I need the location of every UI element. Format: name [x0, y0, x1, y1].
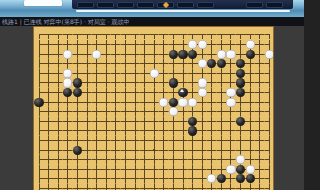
board-intersection[interactable]: [255, 30, 265, 40]
board-intersection[interactable]: [255, 40, 265, 50]
board-intersection[interactable]: [265, 184, 274, 190]
board-intersection[interactable]: [159, 126, 169, 136]
black-stone[interactable]: [73, 146, 82, 155]
board-intersection[interactable]: [92, 69, 102, 79]
board-intersection[interactable]: [255, 88, 265, 98]
board-intersection[interactable]: [111, 174, 121, 184]
board-intersection[interactable]: [140, 184, 150, 190]
board-intersection[interactable]: [44, 78, 54, 88]
board-intersection[interactable]: [226, 165, 236, 175]
board-intersection[interactable]: [44, 30, 54, 40]
board-intersection[interactable]: [101, 40, 111, 50]
board-intersection[interactable]: [63, 126, 73, 136]
board-intersection[interactable]: [159, 165, 169, 175]
window-title-box[interactable]: [24, 0, 62, 6]
board-intersection[interactable]: [226, 49, 236, 59]
board-intersection[interactable]: [101, 174, 111, 184]
board-intersection[interactable]: [178, 59, 188, 69]
board-intersection[interactable]: [140, 30, 150, 40]
go-board[interactable]: [33, 26, 274, 190]
board-intersection[interactable]: [63, 88, 73, 98]
board-intersection[interactable]: [245, 165, 255, 175]
board-intersection[interactable]: [159, 136, 169, 146]
board-intersection[interactable]: [159, 155, 169, 165]
board-intersection[interactable]: [265, 97, 274, 107]
board-intersection[interactable]: [140, 49, 150, 59]
board-intersection[interactable]: [82, 49, 92, 59]
board-intersection[interactable]: [44, 126, 54, 136]
board-intersection[interactable]: [82, 59, 92, 69]
board-intersection[interactable]: [207, 155, 217, 165]
board-intersection[interactable]: [207, 174, 217, 184]
board-intersection[interactable]: [178, 69, 188, 79]
board-intersection[interactable]: [178, 78, 188, 88]
board-intersection[interactable]: [73, 107, 83, 117]
board-intersection[interactable]: [63, 69, 73, 79]
board-intersection[interactable]: [82, 30, 92, 40]
board-intersection[interactable]: [159, 78, 169, 88]
go-board-grid[interactable]: [34, 30, 274, 190]
board-intersection[interactable]: [63, 174, 73, 184]
board-intersection[interactable]: [44, 97, 54, 107]
board-intersection[interactable]: [197, 126, 207, 136]
board-intersection[interactable]: [197, 88, 207, 98]
board-intersection[interactable]: [255, 136, 265, 146]
board-intersection[interactable]: [130, 30, 140, 40]
board-intersection[interactable]: [92, 136, 102, 146]
toolbar-button[interactable]: [266, 2, 283, 8]
board-intersection[interactable]: [53, 40, 63, 50]
board-intersection[interactable]: [265, 69, 274, 79]
board-intersection[interactable]: [197, 30, 207, 40]
board-intersection[interactable]: [34, 155, 44, 165]
board-intersection[interactable]: [34, 40, 44, 50]
board-intersection[interactable]: [188, 145, 198, 155]
board-intersection[interactable]: [159, 174, 169, 184]
board-intersection[interactable]: [159, 184, 169, 190]
black-stone[interactable]: [188, 117, 197, 126]
board-intersection[interactable]: [197, 174, 207, 184]
board-intersection[interactable]: [169, 69, 179, 79]
board-intersection[interactable]: [149, 30, 159, 40]
board-intersection[interactable]: [121, 184, 131, 190]
board-intersection[interactable]: [217, 136, 227, 146]
board-intersection[interactable]: [226, 184, 236, 190]
board-intersection[interactable]: [34, 145, 44, 155]
board-intersection[interactable]: [73, 145, 83, 155]
board-intersection[interactable]: [92, 155, 102, 165]
board-intersection[interactable]: [73, 184, 83, 190]
board-intersection[interactable]: [111, 40, 121, 50]
board-intersection[interactable]: [265, 78, 274, 88]
board-intersection[interactable]: [226, 117, 236, 127]
black-stone[interactable]: [236, 117, 245, 126]
board-intersection[interactable]: [82, 88, 92, 98]
board-intersection[interactable]: [159, 69, 169, 79]
board-intersection[interactable]: [92, 174, 102, 184]
white-stone[interactable]: [188, 98, 197, 107]
white-stone[interactable]: [207, 174, 216, 183]
board-intersection[interactable]: [44, 174, 54, 184]
board-intersection[interactable]: [101, 155, 111, 165]
board-intersection[interactable]: [149, 174, 159, 184]
board-intersection[interactable]: [188, 184, 198, 190]
white-stone[interactable]: [159, 98, 168, 107]
board-intersection[interactable]: [73, 117, 83, 127]
black-stone[interactable]: [178, 50, 187, 59]
white-stone[interactable]: [150, 69, 159, 78]
board-intersection[interactable]: [236, 184, 246, 190]
board-intersection[interactable]: [255, 145, 265, 155]
board-intersection[interactable]: [149, 49, 159, 59]
board-intersection[interactable]: [188, 174, 198, 184]
board-intersection[interactable]: [44, 88, 54, 98]
board-intersection[interactable]: [245, 69, 255, 79]
board-intersection[interactable]: [101, 184, 111, 190]
board-intersection[interactable]: [265, 165, 274, 175]
board-intersection[interactable]: [188, 30, 198, 40]
board-intersection[interactable]: [101, 97, 111, 107]
board-intersection[interactable]: [255, 165, 265, 175]
board-intersection[interactable]: [178, 97, 188, 107]
board-intersection[interactable]: [265, 49, 274, 59]
board-intersection[interactable]: [63, 30, 73, 40]
white-stone[interactable]: [236, 155, 245, 164]
board-intersection[interactable]: [140, 97, 150, 107]
board-intersection[interactable]: [207, 49, 217, 59]
board-intersection[interactable]: [53, 155, 63, 165]
board-intersection[interactable]: [140, 59, 150, 69]
board-intersection[interactable]: [149, 69, 159, 79]
black-stone[interactable]: [34, 98, 43, 107]
board-intersection[interactable]: [73, 165, 83, 175]
board-intersection[interactable]: [169, 97, 179, 107]
board-intersection[interactable]: [53, 107, 63, 117]
board-intersection[interactable]: [44, 136, 54, 146]
board-intersection[interactable]: [236, 174, 246, 184]
board-intersection[interactable]: [63, 184, 73, 190]
board-intersection[interactable]: [178, 126, 188, 136]
board-intersection[interactable]: [44, 165, 54, 175]
board-intersection[interactable]: [121, 107, 131, 117]
board-intersection[interactable]: [140, 155, 150, 165]
board-intersection[interactable]: [236, 126, 246, 136]
board-intersection[interactable]: [159, 107, 169, 117]
board-intersection[interactable]: [226, 136, 236, 146]
white-stone[interactable]: [226, 50, 235, 59]
board-intersection[interactable]: [111, 184, 121, 190]
board-intersection[interactable]: [255, 97, 265, 107]
board-intersection[interactable]: [226, 40, 236, 50]
board-intersection[interactable]: [255, 184, 265, 190]
board-intersection[interactable]: [101, 165, 111, 175]
board-intersection[interactable]: [34, 126, 44, 136]
board-intersection[interactable]: [92, 30, 102, 40]
board-intersection[interactable]: [63, 49, 73, 59]
board-intersection[interactable]: [34, 78, 44, 88]
board-intersection[interactable]: [111, 69, 121, 79]
board-intersection[interactable]: [101, 49, 111, 59]
black-stone[interactable]: [73, 88, 82, 97]
board-intersection[interactable]: [159, 97, 169, 107]
board-intersection[interactable]: [178, 88, 188, 98]
board-intersection[interactable]: [82, 107, 92, 117]
toolbar-button[interactable]: [97, 2, 114, 8]
board-intersection[interactable]: [82, 97, 92, 107]
board-intersection[interactable]: [73, 136, 83, 146]
board-intersection[interactable]: [236, 30, 246, 40]
board-intersection[interactable]: [217, 30, 227, 40]
board-intersection[interactable]: [140, 69, 150, 79]
board-intersection[interactable]: [63, 165, 73, 175]
board-intersection[interactable]: [217, 107, 227, 117]
white-stone[interactable]: [63, 50, 72, 59]
board-intersection[interactable]: [178, 136, 188, 146]
board-intersection[interactable]: [53, 78, 63, 88]
board-intersection[interactable]: [217, 69, 227, 79]
board-intersection[interactable]: [53, 88, 63, 98]
board-intersection[interactable]: [217, 59, 227, 69]
board-intersection[interactable]: [197, 136, 207, 146]
board-intersection[interactable]: [63, 59, 73, 69]
board-intersection[interactable]: [169, 126, 179, 136]
board-intersection[interactable]: [188, 107, 198, 117]
board-intersection[interactable]: [207, 126, 217, 136]
board-intersection[interactable]: [188, 155, 198, 165]
board-intersection[interactable]: [121, 40, 131, 50]
board-intersection[interactable]: [121, 49, 131, 59]
board-intersection[interactable]: [73, 97, 83, 107]
board-intersection[interactable]: [217, 117, 227, 127]
board-intersection[interactable]: [73, 49, 83, 59]
board-intersection[interactable]: [82, 165, 92, 175]
board-intersection[interactable]: [101, 107, 111, 117]
board-intersection[interactable]: [149, 126, 159, 136]
board-intersection[interactable]: [178, 117, 188, 127]
board-intersection[interactable]: [197, 40, 207, 50]
board-intersection[interactable]: [178, 30, 188, 40]
board-intersection[interactable]: [178, 145, 188, 155]
board-intersection[interactable]: [245, 155, 255, 165]
board-intersection[interactable]: [217, 155, 227, 165]
board-intersection[interactable]: [245, 145, 255, 155]
board-intersection[interactable]: [245, 184, 255, 190]
board-intersection[interactable]: [121, 155, 131, 165]
board-intersection[interactable]: [130, 145, 140, 155]
board-intersection[interactable]: [130, 126, 140, 136]
board-intersection[interactable]: [149, 78, 159, 88]
black-stone[interactable]: [207, 59, 216, 68]
board-intersection[interactable]: [169, 78, 179, 88]
board-intersection[interactable]: [255, 126, 265, 136]
board-intersection[interactable]: [159, 88, 169, 98]
board-intersection[interactable]: [34, 97, 44, 107]
board-intersection[interactable]: [188, 165, 198, 175]
board-intersection[interactable]: [73, 126, 83, 136]
board-intersection[interactable]: [111, 30, 121, 40]
board-intersection[interactable]: [121, 174, 131, 184]
board-intersection[interactable]: [265, 59, 274, 69]
white-stone[interactable]: [226, 165, 235, 174]
board-intersection[interactable]: [197, 97, 207, 107]
board-intersection[interactable]: [169, 40, 179, 50]
board-intersection[interactable]: [197, 69, 207, 79]
board-intersection[interactable]: [178, 174, 188, 184]
board-intersection[interactable]: [92, 184, 102, 190]
board-intersection[interactable]: [255, 107, 265, 117]
board-intersection[interactable]: [149, 136, 159, 146]
board-intersection[interactable]: [255, 174, 265, 184]
black-stone[interactable]: [63, 88, 72, 97]
board-intersection[interactable]: [197, 107, 207, 117]
board-intersection[interactable]: [255, 69, 265, 79]
board-intersection[interactable]: [159, 40, 169, 50]
board-intersection[interactable]: [217, 145, 227, 155]
board-intersection[interactable]: [34, 69, 44, 79]
board-intersection[interactable]: [255, 49, 265, 59]
board-intersection[interactable]: [207, 165, 217, 175]
board-intersection[interactable]: [265, 126, 274, 136]
board-intersection[interactable]: [178, 165, 188, 175]
board-intersection[interactable]: [82, 145, 92, 155]
board-intersection[interactable]: [34, 49, 44, 59]
board-intersection[interactable]: [207, 136, 217, 146]
board-intersection[interactable]: [53, 165, 63, 175]
board-intersection[interactable]: [140, 136, 150, 146]
board-intersection[interactable]: [82, 117, 92, 127]
board-intersection[interactable]: [34, 88, 44, 98]
board-intersection[interactable]: [245, 49, 255, 59]
board-intersection[interactable]: [255, 155, 265, 165]
board-intersection[interactable]: [111, 107, 121, 117]
white-stone[interactable]: [198, 78, 207, 87]
board-intersection[interactable]: [63, 117, 73, 127]
board-intersection[interactable]: [245, 78, 255, 88]
board-intersection[interactable]: [169, 184, 179, 190]
board-intersection[interactable]: [236, 107, 246, 117]
black-stone[interactable]: [246, 50, 255, 59]
board-intersection[interactable]: [159, 59, 169, 69]
board-intersection[interactable]: [188, 117, 198, 127]
board-intersection[interactable]: [53, 97, 63, 107]
board-intersection[interactable]: [44, 49, 54, 59]
board-intersection[interactable]: [245, 40, 255, 50]
board-intersection[interactable]: [121, 78, 131, 88]
board-intersection[interactable]: [111, 78, 121, 88]
board-intersection[interactable]: [197, 165, 207, 175]
board-intersection[interactable]: [207, 69, 217, 79]
board-intersection[interactable]: [169, 136, 179, 146]
board-intersection[interactable]: [188, 49, 198, 59]
board-intersection[interactable]: [140, 78, 150, 88]
board-intersection[interactable]: [226, 88, 236, 98]
board-intersection[interactable]: [159, 145, 169, 155]
board-intersection[interactable]: [188, 69, 198, 79]
board-intersection[interactable]: [121, 165, 131, 175]
board-intersection[interactable]: [34, 165, 44, 175]
board-intersection[interactable]: [169, 155, 179, 165]
board-intersection[interactable]: [149, 97, 159, 107]
board-intersection[interactable]: [44, 117, 54, 127]
toolbar-button[interactable]: [77, 2, 94, 8]
board-intersection[interactable]: [92, 40, 102, 50]
board-intersection[interactable]: [34, 184, 44, 190]
black-stone[interactable]: [236, 165, 245, 174]
board-intersection[interactable]: [53, 59, 63, 69]
board-intersection[interactable]: [53, 126, 63, 136]
board-intersection[interactable]: [130, 88, 140, 98]
board-intersection[interactable]: [130, 165, 140, 175]
board-intersection[interactable]: [63, 155, 73, 165]
white-stone[interactable]: [198, 88, 207, 97]
board-intersection[interactable]: [73, 69, 83, 79]
board-intersection[interactable]: [207, 40, 217, 50]
board-intersection[interactable]: [178, 49, 188, 59]
board-intersection[interactable]: [217, 126, 227, 136]
board-intersection[interactable]: [188, 97, 198, 107]
board-intersection[interactable]: [111, 97, 121, 107]
board-intersection[interactable]: [197, 78, 207, 88]
board-intersection[interactable]: [197, 49, 207, 59]
board-intersection[interactable]: [34, 174, 44, 184]
board-intersection[interactable]: [111, 117, 121, 127]
black-stone[interactable]: [169, 78, 178, 87]
board-intersection[interactable]: [217, 49, 227, 59]
board-intersection[interactable]: [188, 40, 198, 50]
board-intersection[interactable]: [53, 184, 63, 190]
board-intersection[interactable]: [130, 107, 140, 117]
board-intersection[interactable]: [255, 59, 265, 69]
board-intersection[interactable]: [92, 107, 102, 117]
board-intersection[interactable]: [188, 78, 198, 88]
board-intersection[interactable]: [188, 88, 198, 98]
board-intersection[interactable]: [92, 145, 102, 155]
board-intersection[interactable]: [121, 88, 131, 98]
board-intersection[interactable]: [53, 136, 63, 146]
board-intersection[interactable]: [73, 78, 83, 88]
board-intersection[interactable]: [159, 30, 169, 40]
board-intersection[interactable]: [236, 97, 246, 107]
board-intersection[interactable]: [82, 126, 92, 136]
board-intersection[interactable]: [197, 155, 207, 165]
board-intersection[interactable]: [245, 59, 255, 69]
board-intersection[interactable]: [149, 145, 159, 155]
board-intersection[interactable]: [111, 145, 121, 155]
board-intersection[interactable]: [101, 78, 111, 88]
board-intersection[interactable]: [63, 136, 73, 146]
black-stone[interactable]: [217, 174, 226, 183]
black-stone[interactable]: [236, 59, 245, 68]
board-intersection[interactable]: [34, 136, 44, 146]
white-stone[interactable]: [246, 40, 255, 49]
board-intersection[interactable]: [236, 69, 246, 79]
board-intersection[interactable]: [149, 107, 159, 117]
board-intersection[interactable]: [63, 97, 73, 107]
board-intersection[interactable]: [245, 136, 255, 146]
toolbar-button[interactable]: [177, 2, 194, 8]
board-intersection[interactable]: [169, 145, 179, 155]
board-intersection[interactable]: [217, 97, 227, 107]
board-intersection[interactable]: [217, 40, 227, 50]
white-stone[interactable]: [188, 40, 197, 49]
board-intersection[interactable]: [178, 107, 188, 117]
board-intersection[interactable]: [178, 40, 188, 50]
black-stone[interactable]: [236, 174, 245, 183]
board-intersection[interactable]: [44, 59, 54, 69]
board-intersection[interactable]: [149, 165, 159, 175]
board-intersection[interactable]: [53, 49, 63, 59]
board-intersection[interactable]: [82, 78, 92, 88]
